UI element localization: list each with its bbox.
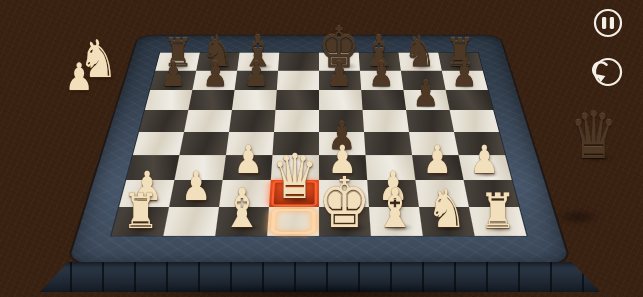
black-pawn-e7[interactable]: ♟ [323, 57, 357, 91]
pawn-glyph: ♟ [65, 58, 94, 96]
white-pawn-b2[interactable]: ♟ [176, 166, 216, 206]
square-f4[interactable] [364, 132, 412, 155]
pawn-glyph: ♟ [413, 76, 439, 111]
square-d5[interactable] [274, 110, 319, 132]
captured-queen-shadow [546, 206, 610, 228]
pawn-glyph: ♟ [161, 57, 187, 91]
king-glyph: ♚ [318, 168, 371, 238]
black-pawn-a7[interactable]: ♟ [157, 57, 191, 91]
pawn-glyph: ♟ [470, 141, 499, 180]
square-a5[interactable] [139, 110, 188, 132]
white-pawn-c3[interactable]: ♟ [229, 141, 268, 180]
restart-button[interactable] [591, 55, 625, 89]
black-pawn-b7[interactable]: ♟ [198, 57, 232, 91]
white-pawn-h3[interactable]: ♟ [465, 141, 504, 180]
bishop-glyph: ♝ [222, 182, 263, 236]
white-bishop-c1[interactable]: ♝ [216, 182, 270, 236]
pawn-glyph: ♟ [202, 57, 228, 91]
square-f5[interactable] [363, 110, 409, 132]
pawn-glyph: ♟ [423, 141, 452, 180]
white-rook-a1[interactable]: ♜ [117, 187, 165, 235]
white-pawn-captured[interactable]: ♟ [60, 58, 98, 96]
pawn-glyph: ♟ [368, 57, 394, 91]
pawn-glyph: ♟ [452, 57, 478, 91]
black-pawn-f7[interactable]: ♟ [364, 57, 398, 91]
black-queen-captured[interactable]: ♛ [562, 104, 626, 168]
bishop-glyph: ♝ [375, 182, 416, 236]
game-stage: ♜♜♞♞♝♝♚♟♟♟♟♟♟♟♟♟♟♟♟♟♟♟♛♜♜♞♝♝♚ ♞♟♛ [0, 0, 643, 297]
restart-icon [591, 55, 625, 89]
black-knight-g8[interactable]: ♞ [399, 31, 441, 73]
pawn-glyph: ♟ [327, 57, 353, 91]
white-rook-h1[interactable]: ♜ [473, 187, 521, 235]
square-a4[interactable] [133, 132, 184, 155]
hud [591, 6, 625, 89]
pawn-glyph: ♟ [233, 141, 262, 180]
pawn-glyph: ♟ [244, 57, 270, 91]
square-c5[interactable] [229, 110, 275, 132]
board-shadow [28, 284, 616, 297]
square-d6[interactable] [275, 90, 319, 110]
white-knight-g1[interactable]: ♞ [420, 183, 473, 236]
rook-glyph: ♜ [123, 187, 159, 235]
pause-button[interactable] [591, 6, 625, 40]
pause-icon [591, 6, 625, 40]
black-pawn-g6[interactable]: ♟ [409, 76, 444, 111]
black-pawn-h7[interactable]: ♟ [447, 57, 481, 91]
pawn-glyph: ♟ [181, 166, 211, 206]
rook-glyph: ♜ [479, 187, 515, 235]
knight-glyph: ♞ [426, 183, 466, 236]
square-h5[interactable] [450, 110, 499, 132]
square-b5[interactable] [184, 110, 232, 132]
white-pawn-g3[interactable]: ♟ [418, 141, 457, 180]
knight-glyph: ♞ [404, 31, 436, 73]
black-pawn-c7[interactable]: ♟ [240, 57, 274, 91]
queen-glyph: ♛ [570, 104, 618, 168]
square-b1[interactable] [163, 207, 219, 236]
square-b4[interactable] [179, 132, 229, 155]
white-king-e1[interactable]: ♚ [309, 168, 379, 238]
